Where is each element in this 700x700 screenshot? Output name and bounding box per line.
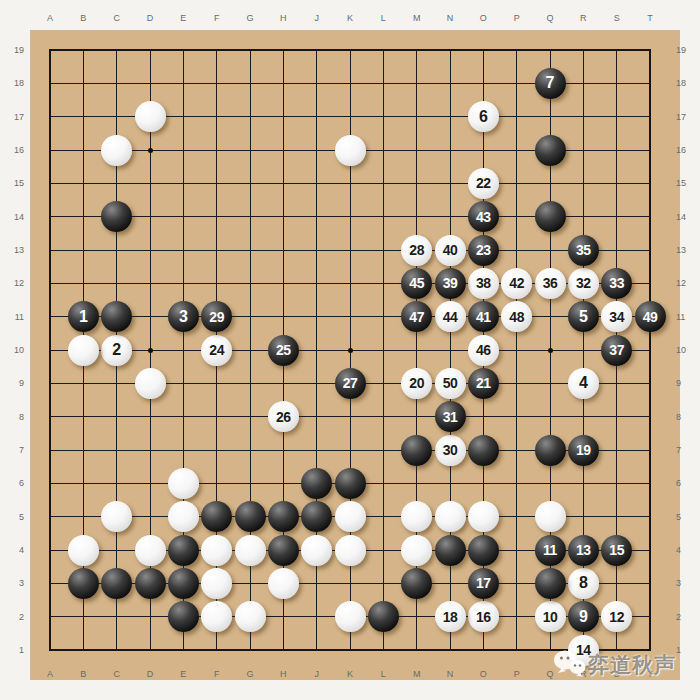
stone-M4	[401, 535, 432, 566]
stone-S4: 15	[601, 535, 632, 566]
stone-R1: 14	[568, 635, 599, 666]
row-label-left-13: 13	[2, 244, 24, 256]
row-label-left-1: 1	[2, 644, 24, 656]
col-label-top-F: F	[207, 13, 227, 23]
row-label-right-2: 2	[676, 611, 698, 623]
stone-R3: 8	[568, 568, 599, 599]
stone-move-number: 36	[543, 276, 558, 290]
stone-B3	[68, 568, 99, 599]
stone-M3	[401, 568, 432, 599]
stone-G4	[235, 535, 266, 566]
stone-Q4: 11	[535, 535, 566, 566]
col-label-bottom-D: D	[140, 669, 160, 679]
stone-move-number: 38	[476, 276, 491, 290]
stone-move-number: 28	[409, 243, 424, 257]
col-label-bottom-T: T	[640, 669, 660, 679]
stone-E6	[168, 468, 199, 499]
row-label-right-16: 16	[676, 144, 698, 156]
row-label-right-12: 12	[676, 277, 698, 289]
row-label-right-4: 4	[676, 544, 698, 556]
stone-P12: 42	[501, 268, 532, 299]
stone-Q5	[535, 501, 566, 532]
row-label-right-9: 9	[676, 377, 698, 389]
stone-move-number: 7	[546, 75, 555, 91]
stone-move-number: 30	[443, 443, 458, 457]
stone-move-number: 50	[443, 376, 458, 390]
col-label-top-G: G	[240, 13, 260, 23]
stone-E11: 3	[168, 301, 199, 332]
stone-N8: 31	[435, 401, 466, 432]
stone-H5	[268, 501, 299, 532]
stone-move-number: 23	[476, 243, 491, 257]
stone-N4	[435, 535, 466, 566]
stone-H3	[268, 568, 299, 599]
stone-O9: 21	[468, 368, 499, 399]
stone-O13: 23	[468, 235, 499, 266]
col-label-bottom-A: A	[40, 669, 60, 679]
stone-move-number: 5	[579, 309, 588, 325]
row-label-left-10: 10	[2, 344, 24, 356]
stone-move-number: 41	[476, 310, 491, 324]
stone-R11: 5	[568, 301, 599, 332]
col-label-top-D: D	[140, 13, 160, 23]
col-label-top-E: E	[173, 13, 193, 23]
stone-move-number: 20	[409, 376, 424, 390]
row-label-left-8: 8	[2, 411, 24, 423]
stone-move-number: 32	[576, 276, 591, 290]
stone-move-number: 26	[276, 410, 291, 424]
col-label-bottom-C: C	[107, 669, 127, 679]
stone-move-number: 8	[579, 575, 588, 591]
stone-N12: 39	[435, 268, 466, 299]
stone-N2: 18	[435, 601, 466, 632]
stone-D3	[135, 568, 166, 599]
col-label-top-T: T	[640, 13, 660, 23]
stone-E4	[168, 535, 199, 566]
stone-Q18: 7	[535, 68, 566, 99]
star-point-Q10	[548, 348, 553, 353]
stone-O10: 46	[468, 335, 499, 366]
stone-move-number: 14	[576, 643, 591, 657]
col-label-top-O: O	[473, 13, 493, 23]
stone-move-number: 48	[509, 310, 524, 324]
stone-move-number: 2	[112, 342, 121, 358]
stone-Q16	[535, 135, 566, 166]
stone-K5	[335, 501, 366, 532]
row-label-right-1: 1	[676, 644, 698, 656]
stone-F4	[201, 535, 232, 566]
stone-D9	[135, 368, 166, 399]
row-label-left-7: 7	[2, 444, 24, 456]
row-label-left-5: 5	[2, 511, 24, 523]
stone-B4	[68, 535, 99, 566]
stone-move-number: 6	[479, 109, 488, 125]
stone-G2	[235, 601, 266, 632]
col-label-bottom-E: E	[173, 669, 193, 679]
stone-move-number: 3	[179, 309, 188, 325]
row-label-left-4: 4	[2, 544, 24, 556]
stone-F10: 24	[201, 335, 232, 366]
stone-move-number: 34	[609, 310, 624, 324]
go-board[interactable]: 1234567891011121314151617181920212223242…	[30, 30, 680, 680]
stone-N11: 44	[435, 301, 466, 332]
stone-L2	[368, 601, 399, 632]
row-label-right-17: 17	[676, 111, 698, 123]
stone-R13: 35	[568, 235, 599, 266]
stone-D4	[135, 535, 166, 566]
stone-O15: 22	[468, 168, 499, 199]
col-label-bottom-H: H	[273, 669, 293, 679]
row-label-left-3: 3	[2, 577, 24, 589]
col-label-top-S: S	[607, 13, 627, 23]
row-label-right-6: 6	[676, 477, 698, 489]
col-label-top-M: M	[407, 13, 427, 23]
stone-J4	[301, 535, 332, 566]
col-label-top-P: P	[507, 13, 527, 23]
stone-move-number: 35	[576, 243, 591, 257]
stone-move-number: 29	[209, 310, 224, 324]
row-label-left-16: 16	[2, 144, 24, 156]
stone-move-number: 10	[543, 610, 558, 624]
stone-E2	[168, 601, 199, 632]
stone-K6	[335, 468, 366, 499]
stone-C16	[101, 135, 132, 166]
col-label-top-C: C	[107, 13, 127, 23]
row-label-right-8: 8	[676, 411, 698, 423]
stone-move-number: 47	[409, 310, 424, 324]
stone-move-number: 11	[543, 543, 557, 557]
stone-O2: 16	[468, 601, 499, 632]
stone-move-number: 4	[579, 375, 588, 391]
stone-move-number: 37	[609, 343, 624, 357]
row-label-right-7: 7	[676, 444, 698, 456]
stone-move-number: 22	[476, 176, 491, 190]
stone-O17: 6	[468, 101, 499, 132]
row-label-left-9: 9	[2, 377, 24, 389]
row-label-right-5: 5	[676, 511, 698, 523]
stone-B11: 1	[68, 301, 99, 332]
stone-move-number: 39	[443, 276, 458, 290]
col-label-bottom-O: O	[473, 669, 493, 679]
stone-K9: 27	[335, 368, 366, 399]
row-label-right-10: 10	[676, 344, 698, 356]
go-diagram: 1234567891011121314151617181920212223242…	[0, 0, 700, 700]
stone-C3	[101, 568, 132, 599]
stone-R12: 32	[568, 268, 599, 299]
row-label-left-6: 6	[2, 477, 24, 489]
col-label-bottom-J: J	[307, 669, 327, 679]
col-label-top-Q: Q	[540, 13, 560, 23]
stone-R7: 19	[568, 435, 599, 466]
stone-K2	[335, 601, 366, 632]
stone-Q7	[535, 435, 566, 466]
row-label-right-14: 14	[676, 211, 698, 223]
star-point-D16	[148, 148, 153, 153]
stone-move-number: 33	[609, 276, 624, 290]
col-label-top-R: R	[573, 13, 593, 23]
col-label-top-N: N	[440, 13, 460, 23]
row-label-left-17: 17	[2, 111, 24, 123]
stone-E3	[168, 568, 199, 599]
row-label-left-14: 14	[2, 211, 24, 223]
stone-R4: 13	[568, 535, 599, 566]
stone-move-number: 21	[476, 376, 491, 390]
row-label-right-3: 3	[676, 577, 698, 589]
stone-move-number: 42	[509, 276, 524, 290]
col-label-bottom-N: N	[440, 669, 460, 679]
stone-M7	[401, 435, 432, 466]
stone-move-number: 27	[343, 376, 358, 390]
stone-F3	[201, 568, 232, 599]
stone-move-number: 15	[609, 543, 624, 557]
row-label-left-15: 15	[2, 177, 24, 189]
stone-H4	[268, 535, 299, 566]
col-label-bottom-Q: Q	[540, 669, 560, 679]
stone-O14: 43	[468, 201, 499, 232]
stone-K4	[335, 535, 366, 566]
row-label-left-12: 12	[2, 277, 24, 289]
stone-H8: 26	[268, 401, 299, 432]
stone-Q12: 36	[535, 268, 566, 299]
stone-move-number: 13	[576, 543, 591, 557]
stone-J6	[301, 468, 332, 499]
stone-O4	[468, 535, 499, 566]
col-label-bottom-K: K	[340, 669, 360, 679]
stone-M12: 45	[401, 268, 432, 299]
col-label-bottom-L: L	[373, 669, 393, 679]
stone-N9: 50	[435, 368, 466, 399]
stone-K16	[335, 135, 366, 166]
stone-move-number: 46	[476, 343, 491, 357]
stone-move-number: 49	[643, 310, 658, 324]
stone-R9: 4	[568, 368, 599, 399]
row-label-left-19: 19	[2, 44, 24, 56]
col-label-bottom-R: R	[573, 669, 593, 679]
stone-move-number: 24	[209, 343, 224, 357]
stone-N5	[435, 501, 466, 532]
stone-M9: 20	[401, 368, 432, 399]
stone-O12: 38	[468, 268, 499, 299]
stone-move-number: 1	[79, 309, 88, 325]
col-label-top-B: B	[73, 13, 93, 23]
stone-O5	[468, 501, 499, 532]
stone-O3: 17	[468, 568, 499, 599]
col-label-top-L: L	[373, 13, 393, 23]
stone-move-number: 18	[443, 610, 458, 624]
stone-move-number: 12	[609, 610, 624, 624]
stone-O7	[468, 435, 499, 466]
row-label-right-11: 11	[676, 311, 698, 323]
col-label-bottom-G: G	[240, 669, 260, 679]
col-label-bottom-M: M	[407, 669, 427, 679]
grid-line-horizontal	[50, 416, 650, 417]
stone-O11: 41	[468, 301, 499, 332]
stone-S10: 37	[601, 335, 632, 366]
stone-R2: 9	[568, 601, 599, 632]
stone-E5	[168, 501, 199, 532]
stone-M13: 28	[401, 235, 432, 266]
star-point-K10	[348, 348, 353, 353]
stone-G5	[235, 501, 266, 532]
col-label-bottom-F: F	[207, 669, 227, 679]
stone-Q14	[535, 201, 566, 232]
stone-B10	[68, 335, 99, 366]
stone-T11: 49	[635, 301, 666, 332]
stone-move-number: 17	[476, 576, 491, 590]
stone-move-number: 44	[443, 310, 458, 324]
row-label-left-11: 11	[2, 311, 24, 323]
row-label-right-19: 19	[676, 44, 698, 56]
stone-N13: 40	[435, 235, 466, 266]
stone-move-number: 45	[409, 276, 424, 290]
stone-H10: 25	[268, 335, 299, 366]
stone-move-number: 25	[276, 343, 291, 357]
row-label-left-2: 2	[2, 611, 24, 623]
stone-move-number: 43	[476, 210, 491, 224]
stone-move-number: 16	[476, 610, 491, 624]
col-label-bottom-P: P	[507, 669, 527, 679]
stone-move-number: 40	[443, 243, 458, 257]
row-label-right-13: 13	[676, 244, 698, 256]
stone-Q2: 10	[535, 601, 566, 632]
col-label-bottom-S: S	[607, 669, 627, 679]
stone-Q3	[535, 568, 566, 599]
col-label-top-A: A	[40, 13, 60, 23]
row-label-right-15: 15	[676, 177, 698, 189]
col-label-bottom-B: B	[73, 669, 93, 679]
stone-S12: 33	[601, 268, 632, 299]
star-point-D10	[148, 348, 153, 353]
row-label-right-18: 18	[676, 77, 698, 89]
stone-move-number: 19	[576, 443, 591, 457]
stone-N7: 30	[435, 435, 466, 466]
grid-line-vertical	[383, 50, 384, 650]
col-label-top-K: K	[340, 13, 360, 23]
col-label-top-H: H	[273, 13, 293, 23]
grid-line-vertical	[516, 50, 517, 650]
col-label-top-J: J	[307, 13, 327, 23]
row-label-left-18: 18	[2, 77, 24, 89]
stone-move-number: 31	[443, 410, 458, 424]
stone-move-number: 9	[579, 609, 588, 625]
stone-D17	[135, 101, 166, 132]
stone-C10: 2	[101, 335, 132, 366]
